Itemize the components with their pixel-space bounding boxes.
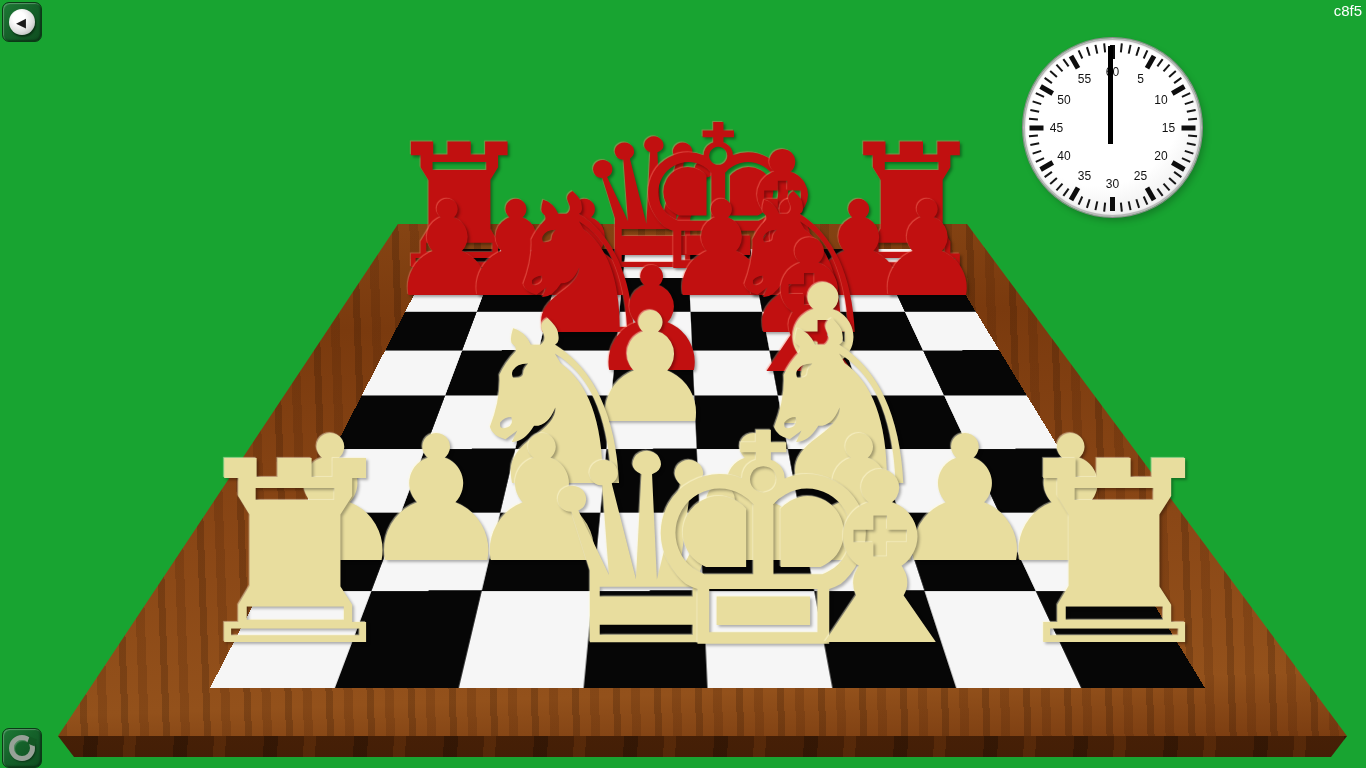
clock-minor-tick [1049,70,1057,78]
clock-minor-tick [1062,188,1069,196]
clock-major-tick [1069,54,1080,69]
back-arrow-icon: ◀ [9,9,35,35]
clock-minor-tick [1156,188,1163,196]
clock-minor-tick [1077,50,1082,59]
clock-number-45: 45 [1050,121,1063,135]
back-arrow-glyph: ◀ [16,16,26,29]
clock-minor-tick [1119,43,1122,52]
piece-white-rook-a1[interactable]: ♜ [182,429,408,681]
clock-minor-tick [1173,171,1181,178]
clock-major-tick [1171,84,1186,95]
clock-minor-tick [1103,202,1106,211]
clock-minor-tick [1184,150,1193,155]
clock-minor-tick [1030,109,1039,113]
clock-major-tick [1145,186,1156,201]
clock-number-40: 40 [1057,149,1070,163]
clock-minor-tick [1094,45,1098,54]
clock-minor-tick [1181,157,1190,162]
clock-minor-tick [1103,43,1106,52]
clock-number-25: 25 [1134,169,1147,183]
clock-minor-tick [1156,59,1163,67]
clock-number-15: 15 [1162,121,1175,135]
clock-minor-tick [1085,47,1090,56]
clock-minor-tick [1127,45,1131,54]
clock-minor-tick [1094,201,1098,210]
clock-minor-tick [1028,118,1037,121]
undo-move-button[interactable]: ◀ [2,2,42,42]
clock-minor-tick [1032,100,1041,105]
piece-white-rook-h1[interactable]: ♜ [1001,429,1227,681]
piece-white-bishop-f1[interactable]: ♝ [774,442,986,679]
clock-minor-tick [1168,177,1176,185]
clock-minor-tick [1085,199,1090,208]
clock-minor-tick [1055,64,1063,72]
clock-minor-tick [1181,92,1190,97]
clock-minor-tick [1030,142,1039,146]
clock-major-tick [1110,197,1115,211]
clock-major-tick [1171,160,1186,171]
clock-number-20: 20 [1154,149,1167,163]
app-background: ♜♛♚♝♜♟♟♟♟♟♟♟♞♞♟♝♟♝♞♞♟♟♟♟♟♟♟♜♛♚♝♜ 5101520… [0,0,1366,768]
clock-minor-tick [1127,201,1131,210]
rotate-board-button[interactable] [2,728,42,768]
last-move-text: c8f5 [1334,2,1362,19]
clock-minor-tick [1168,70,1176,78]
clock-minor-tick [1055,183,1063,191]
clock-major-tick [1039,84,1054,95]
clock-major-tick [1182,125,1196,130]
clock-number-55: 55 [1078,72,1091,86]
clock-number-50: 50 [1057,93,1070,107]
clock-minor-tick [1035,92,1044,97]
clock-minor-tick [1028,134,1037,137]
clock-minor-tick [1035,157,1044,162]
clock-minor-tick [1187,118,1196,121]
seconds-clock: 51015202530354045505560 [1023,38,1202,217]
clock-number-35: 35 [1078,169,1091,183]
clock-minor-tick [1142,50,1147,59]
clock-minor-tick [1184,100,1193,105]
clock-minor-tick [1077,196,1082,205]
clock-number-10: 10 [1154,93,1167,107]
clock-major-tick [1039,160,1054,171]
clock-major-tick [1030,125,1044,130]
clock-major-tick [1069,186,1080,201]
clock-minor-tick [1044,77,1052,84]
clock-minor-tick [1186,142,1195,146]
clock-minor-tick [1119,202,1122,211]
clock-major-tick [1145,54,1156,69]
rotate-icon [7,733,37,763]
clock-minor-tick [1049,177,1057,185]
clock-hand [1108,46,1113,144]
clock-minor-tick [1062,59,1069,67]
clock-minor-tick [1187,134,1196,137]
clock-minor-tick [1142,196,1147,205]
clock-minor-tick [1186,109,1195,113]
clock-minor-tick [1173,77,1181,84]
clock-minor-tick [1032,150,1041,155]
clock-minor-tick [1162,183,1170,191]
clock-number-5: 5 [1137,72,1144,86]
clock-minor-tick [1135,47,1140,56]
clock-minor-tick [1135,199,1140,208]
clock-minor-tick [1044,171,1052,178]
clock-number-30: 30 [1106,177,1119,191]
clock-minor-tick [1162,64,1170,72]
